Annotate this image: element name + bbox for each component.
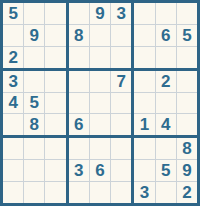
- cell-r2c8[interactable]: 6: [156, 25, 176, 46]
- cell-r4c2[interactable]: [24, 71, 44, 92]
- box-6: 214: [134, 71, 197, 136]
- cell-r4c4[interactable]: [69, 71, 89, 92]
- cell-r3c5[interactable]: [90, 47, 110, 68]
- cell-r6c8[interactable]: 4: [156, 114, 176, 135]
- cell-r9c8[interactable]: [156, 182, 176, 203]
- cell-r2c1[interactable]: [3, 25, 23, 46]
- cell-r5c4[interactable]: [69, 93, 89, 114]
- cell-r5c2[interactable]: 5: [24, 93, 44, 114]
- cell-r7c7[interactable]: [134, 138, 154, 159]
- cell-r2c4[interactable]: 8: [69, 25, 89, 46]
- cell-r7c5[interactable]: [90, 138, 110, 159]
- cell-r8c7[interactable]: [134, 160, 154, 181]
- cell-r6c3[interactable]: [45, 114, 65, 135]
- cell-r7c1[interactable]: [3, 138, 23, 159]
- cell-r6c9[interactable]: [177, 114, 197, 135]
- cell-r5c5[interactable]: [90, 93, 110, 114]
- cell-r6c7[interactable]: 1: [134, 114, 154, 135]
- cell-r9c2[interactable]: [24, 182, 44, 203]
- box-8: 36: [69, 138, 132, 203]
- cell-r2c3[interactable]: [45, 25, 65, 46]
- cell-r5c9[interactable]: [177, 93, 197, 114]
- cell-r9c9[interactable]: 2: [177, 182, 197, 203]
- cell-r4c1[interactable]: 3: [3, 71, 23, 92]
- cell-r8c4[interactable]: 3: [69, 160, 89, 181]
- cell-r6c4[interactable]: 6: [69, 114, 89, 135]
- cell-r9c5[interactable]: [90, 182, 110, 203]
- cell-r4c3[interactable]: [45, 71, 65, 92]
- box-7: [3, 138, 66, 203]
- cell-r3c1[interactable]: 2: [3, 47, 23, 68]
- cell-r8c3[interactable]: [45, 160, 65, 181]
- cell-r5c1[interactable]: 4: [3, 93, 23, 114]
- cell-r9c4[interactable]: [69, 182, 89, 203]
- cell-r1c6[interactable]: 3: [111, 3, 131, 24]
- cell-r5c3[interactable]: [45, 93, 65, 114]
- cell-r7c4[interactable]: [69, 138, 89, 159]
- cell-r8c1[interactable]: [3, 160, 23, 181]
- cell-r3c7[interactable]: [134, 47, 154, 68]
- cell-r3c8[interactable]: [156, 47, 176, 68]
- cell-r2c2[interactable]: 9: [24, 25, 44, 46]
- cell-r4c7[interactable]: [134, 71, 154, 92]
- box-1: 592: [3, 3, 66, 68]
- cell-r1c4[interactable]: [69, 3, 89, 24]
- cell-r8c2[interactable]: [24, 160, 44, 181]
- cell-r9c1[interactable]: [3, 182, 23, 203]
- cell-r5c8[interactable]: [156, 93, 176, 114]
- box-4: 3458: [3, 71, 66, 136]
- cell-r5c6[interactable]: [111, 93, 131, 114]
- cell-r8c6[interactable]: [111, 160, 131, 181]
- cell-r3c6[interactable]: [111, 47, 131, 68]
- cell-r1c7[interactable]: [134, 3, 154, 24]
- cell-r8c5[interactable]: 6: [90, 160, 110, 181]
- cell-r3c3[interactable]: [45, 47, 65, 68]
- cell-r8c9[interactable]: 9: [177, 160, 197, 181]
- cell-r9c7[interactable]: 3: [134, 182, 154, 203]
- cell-r1c2[interactable]: [24, 3, 44, 24]
- cell-r3c9[interactable]: [177, 47, 197, 68]
- cell-r6c2[interactable]: 8: [24, 114, 44, 135]
- cell-r7c2[interactable]: [24, 138, 44, 159]
- cell-r1c1[interactable]: 5: [3, 3, 23, 24]
- cell-r5c7[interactable]: [134, 93, 154, 114]
- cell-r2c5[interactable]: [90, 25, 110, 46]
- box-3: 65: [134, 3, 197, 68]
- cell-r2c6[interactable]: [111, 25, 131, 46]
- cell-r1c8[interactable]: [156, 3, 176, 24]
- cell-r4c9[interactable]: [177, 71, 197, 92]
- cell-r2c7[interactable]: [134, 25, 154, 46]
- cell-r1c9[interactable]: [177, 3, 197, 24]
- cell-r3c4[interactable]: [69, 47, 89, 68]
- cell-r7c3[interactable]: [45, 138, 65, 159]
- cell-r6c5[interactable]: [90, 114, 110, 135]
- cell-r8c8[interactable]: 5: [156, 160, 176, 181]
- cell-r7c6[interactable]: [111, 138, 131, 159]
- cell-r3c2[interactable]: [24, 47, 44, 68]
- cell-r7c9[interactable]: 8: [177, 138, 197, 159]
- cell-r9c6[interactable]: [111, 182, 131, 203]
- cell-r4c5[interactable]: [90, 71, 110, 92]
- box-2: 938: [69, 3, 132, 68]
- cell-r6c6[interactable]: [111, 114, 131, 135]
- cell-r6c1[interactable]: [3, 114, 23, 135]
- cell-r1c5[interactable]: 9: [90, 3, 110, 24]
- box-5: 76: [69, 71, 132, 136]
- cell-r1c3[interactable]: [45, 3, 65, 24]
- cell-r9c3[interactable]: [45, 182, 65, 203]
- cell-r7c8[interactable]: [156, 138, 176, 159]
- sudoku-board: 592938653458762143685932: [0, 0, 200, 206]
- cell-r4c6[interactable]: 7: [111, 71, 131, 92]
- cell-r4c8[interactable]: 2: [156, 71, 176, 92]
- box-9: 85932: [134, 138, 197, 203]
- cell-r2c9[interactable]: 5: [177, 25, 197, 46]
